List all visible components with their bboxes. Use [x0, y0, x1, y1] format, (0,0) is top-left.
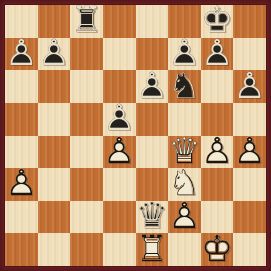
square-b3[interactable]: [38, 168, 71, 201]
white-knight-outline-icon: ♘: [168, 165, 201, 201]
white-queen-f4[interactable]: ♛♕: [168, 136, 201, 169]
white-queen-icon: ♛: [168, 133, 201, 169]
black-rook-c8[interactable]: ♜♖: [70, 5, 103, 38]
square-c5[interactable]: [70, 103, 103, 136]
square-g2[interactable]: [201, 201, 234, 234]
white-king-g1[interactable]: ♚♔: [201, 233, 234, 266]
square-a8[interactable]: [5, 5, 38, 38]
white-pawn-f2[interactable]: ♟♙: [168, 201, 201, 234]
square-d3[interactable]: [103, 168, 136, 201]
white-pawn-h4[interactable]: ♟♙: [233, 136, 266, 169]
square-d5[interactable]: ♟♙: [103, 103, 136, 136]
black-pawn-icon: ♟: [5, 35, 38, 71]
square-g5[interactable]: [201, 103, 234, 136]
white-pawn-icon: ♟: [103, 133, 136, 169]
square-b4[interactable]: [38, 136, 71, 169]
white-pawn-icon: ♟: [233, 133, 266, 169]
square-e5[interactable]: [136, 103, 169, 136]
square-c1[interactable]: [70, 233, 103, 266]
black-king-icon: ♚: [201, 2, 234, 38]
black-pawn-icon: ♟: [103, 100, 136, 136]
black-pawn-outline-icon: ♙: [168, 35, 201, 71]
black-pawn-g7[interactable]: ♟♙: [201, 38, 234, 71]
square-f5[interactable]: [168, 103, 201, 136]
black-pawn-outline-icon: ♙: [38, 35, 71, 71]
square-h3[interactable]: [233, 168, 266, 201]
square-e4[interactable]: [136, 136, 169, 169]
black-pawn-outline-icon: ♙: [5, 35, 38, 71]
black-rook-icon: ♜: [70, 2, 103, 38]
square-d2[interactable]: [103, 201, 136, 234]
white-queen-outline-icon: ♕: [168, 133, 201, 169]
white-knight-f3[interactable]: ♞♘: [168, 168, 201, 201]
black-pawn-e6[interactable]: ♟♙: [136, 70, 169, 103]
square-a6[interactable]: [5, 70, 38, 103]
square-f1[interactable]: [168, 233, 201, 266]
black-pawn-b7[interactable]: ♟♙: [38, 38, 71, 71]
square-h6[interactable]: ♟♙: [233, 70, 266, 103]
square-f6[interactable]: ♞♘: [168, 70, 201, 103]
black-rook-outline-icon: ♖: [70, 2, 103, 38]
black-queen-outline-icon: ♕: [136, 198, 169, 234]
square-c8[interactable]: ♜♖: [70, 5, 103, 38]
black-pawn-outline-icon: ♙: [103, 100, 136, 136]
white-pawn-outline-icon: ♙: [103, 133, 136, 169]
square-g4[interactable]: ♟♙: [201, 136, 234, 169]
square-c3[interactable]: [70, 168, 103, 201]
black-pawn-icon: ♟: [233, 67, 266, 103]
square-e3[interactable]: [136, 168, 169, 201]
square-d6[interactable]: [103, 70, 136, 103]
square-f3[interactable]: ♞♘: [168, 168, 201, 201]
square-a7[interactable]: ♟♙: [5, 38, 38, 71]
white-pawn-d4[interactable]: ♟♙: [103, 136, 136, 169]
white-rook-icon: ♜: [136, 231, 169, 267]
black-knight-f6[interactable]: ♞♘: [168, 70, 201, 103]
square-h4[interactable]: ♟♙: [233, 136, 266, 169]
black-pawn-icon: ♟: [136, 67, 169, 103]
square-c2[interactable]: [70, 201, 103, 234]
white-knight-icon: ♞: [168, 165, 201, 201]
black-pawn-outline-icon: ♙: [201, 35, 234, 71]
square-e2[interactable]: ♛♕: [136, 201, 169, 234]
square-e6[interactable]: ♟♙: [136, 70, 169, 103]
square-e7[interactable]: [136, 38, 169, 71]
white-king-outline-icon: ♔: [201, 231, 234, 267]
white-rook-e1[interactable]: ♜♖: [136, 233, 169, 266]
square-b5[interactable]: [38, 103, 71, 136]
square-d4[interactable]: ♟♙: [103, 136, 136, 169]
white-pawn-outline-icon: ♙: [201, 133, 234, 169]
square-a2[interactable]: [5, 201, 38, 234]
black-pawn-icon: ♟: [168, 35, 201, 71]
white-pawn-outline-icon: ♙: [168, 198, 201, 234]
square-b1[interactable]: [38, 233, 71, 266]
square-e1[interactable]: ♜♖: [136, 233, 169, 266]
square-b8[interactable]: [38, 5, 71, 38]
black-king-outline-icon: ♔: [201, 2, 234, 38]
square-c7[interactable]: [70, 38, 103, 71]
white-rook-outline-icon: ♖: [136, 231, 169, 267]
square-h7[interactable]: [233, 38, 266, 71]
square-a4[interactable]: [5, 136, 38, 169]
white-pawn-outline-icon: ♙: [5, 165, 38, 201]
square-d8[interactable]: [103, 5, 136, 38]
square-h5[interactable]: [233, 103, 266, 136]
square-f4[interactable]: ♛♕: [168, 136, 201, 169]
square-f8[interactable]: [168, 5, 201, 38]
white-pawn-icon: ♟: [168, 198, 201, 234]
black-queen-e2[interactable]: ♛♕: [136, 201, 169, 234]
black-pawn-outline-icon: ♙: [233, 67, 266, 103]
white-pawn-icon: ♟: [5, 165, 38, 201]
chess-board: ♜♖♚♔♟♙♟♙♟♙♟♙♟♙♞♘♟♙♟♙♟♙♛♕♟♙♟♙♟♙♞♘♛♕♟♙♜♖♚♔: [5, 5, 266, 266]
square-h1[interactable]: [233, 233, 266, 266]
white-pawn-a3[interactable]: ♟♙: [5, 168, 38, 201]
square-e8[interactable]: [136, 5, 169, 38]
square-h2[interactable]: [233, 201, 266, 234]
square-g8[interactable]: ♚♔: [201, 5, 234, 38]
black-pawn-a7[interactable]: ♟♙: [5, 38, 38, 71]
square-a5[interactable]: [5, 103, 38, 136]
black-pawn-outline-icon: ♙: [136, 67, 169, 103]
white-king-icon: ♚: [201, 231, 234, 267]
square-f7[interactable]: ♟♙: [168, 38, 201, 71]
square-d1[interactable]: [103, 233, 136, 266]
square-f2[interactable]: ♟♙: [168, 201, 201, 234]
black-pawn-d5[interactable]: ♟♙: [103, 103, 136, 136]
square-a1[interactable]: [5, 233, 38, 266]
chess-board-frame: ♜♖♚♔♟♙♟♙♟♙♟♙♟♙♞♘♟♙♟♙♟♙♛♕♟♙♟♙♟♙♞♘♛♕♟♙♜♖♚♔: [0, 0, 271, 271]
square-g1[interactable]: ♚♔: [201, 233, 234, 266]
square-c4[interactable]: [70, 136, 103, 169]
black-pawn-icon: ♟: [38, 35, 71, 71]
black-pawn-f7[interactable]: ♟♙: [168, 38, 201, 71]
black-pawn-icon: ♟: [201, 35, 234, 71]
square-b7[interactable]: ♟♙: [38, 38, 71, 71]
black-king-g8[interactable]: ♚♔: [201, 5, 234, 38]
square-c6[interactable]: [70, 70, 103, 103]
black-knight-icon: ♞: [168, 67, 201, 103]
square-d7[interactable]: [103, 38, 136, 71]
white-pawn-icon: ♟: [201, 133, 234, 169]
square-b6[interactable]: [38, 70, 71, 103]
square-g3[interactable]: [201, 168, 234, 201]
square-b2[interactable]: [38, 201, 71, 234]
white-pawn-g4[interactable]: ♟♙: [201, 136, 234, 169]
white-pawn-outline-icon: ♙: [233, 133, 266, 169]
square-g6[interactable]: [201, 70, 234, 103]
black-queen-icon: ♛: [136, 198, 169, 234]
square-a3[interactable]: ♟♙: [5, 168, 38, 201]
square-g7[interactable]: ♟♙: [201, 38, 234, 71]
black-pawn-h6[interactable]: ♟♙: [233, 70, 266, 103]
black-knight-outline-icon: ♘: [168, 67, 201, 103]
square-h8[interactable]: [233, 5, 266, 38]
